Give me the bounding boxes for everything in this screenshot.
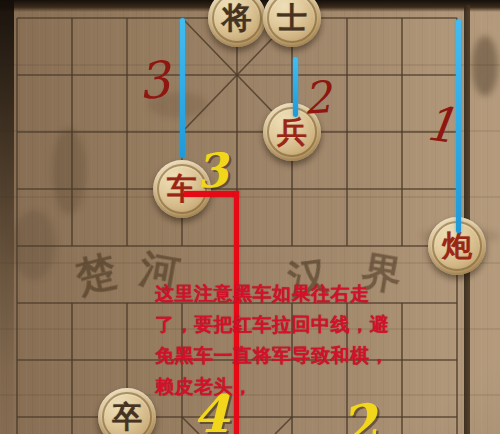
red-number: 2: [301, 75, 332, 121]
yellow-number: 3: [194, 146, 231, 195]
comment-line-1: 这里注意黑车如果往右走: [155, 278, 389, 309]
comment-line-2: 了，要把红车拉回中线，避: [155, 309, 389, 340]
annotation-comment: 这里注意黑车如果往右走了，要把红车拉回中线，避免黑车一直将军导致和棋，赖皮老头，: [155, 278, 389, 402]
comment-line-4: 赖皮老头，: [155, 371, 389, 402]
comment-line-3: 免黑车一直将军导致和棋，: [155, 340, 389, 371]
red-number: 1: [422, 98, 458, 149]
red-number: 3: [135, 54, 172, 107]
xiangqi-board: 楚河汉界 将士兵车炮卒 321342 这里注意黑车如果往右走了，要把红车拉回中线…: [0, 0, 500, 434]
